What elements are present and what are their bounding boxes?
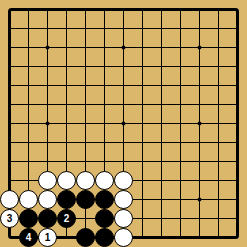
white-stone[interactable] — [114, 209, 133, 228]
intersection-M7[interactable] — [209, 114, 228, 133]
intersection-G13[interactable] — [114, 0, 133, 19]
intersection-A13[interactable] — [0, 0, 19, 19]
black-stone[interactable] — [76, 190, 95, 209]
intersection-E7[interactable] — [76, 114, 95, 133]
intersection-A11[interactable] — [0, 38, 19, 57]
intersection-G10[interactable] — [114, 57, 133, 76]
intersection-N10[interactable] — [228, 57, 247, 76]
intersection-B9[interactable] — [19, 76, 38, 95]
stone-layer: 3241 — [0, 0, 247, 247]
intersection-D5[interactable] — [57, 152, 76, 171]
intersection-M5[interactable] — [209, 152, 228, 171]
intersection-J2[interactable] — [152, 209, 171, 228]
intersection-K12[interactable] — [171, 19, 190, 38]
intersection-F5[interactable] — [95, 152, 114, 171]
intersection-L4[interactable] — [190, 171, 209, 190]
intersection-B12[interactable] — [19, 19, 38, 38]
intersection-H10[interactable] — [133, 57, 152, 76]
intersection-B2 — [19, 209, 38, 228]
intersection-K13[interactable] — [171, 0, 190, 19]
intersection-K11[interactable] — [171, 38, 190, 57]
white-stone[interactable] — [57, 171, 76, 190]
intersection-D12[interactable] — [57, 19, 76, 38]
white-stone[interactable] — [19, 190, 38, 209]
intersection-E12[interactable] — [76, 19, 95, 38]
intersection-H6[interactable] — [133, 133, 152, 152]
intersection-K9[interactable] — [171, 76, 190, 95]
intersection-E10[interactable] — [76, 57, 95, 76]
intersection-D6[interactable] — [57, 133, 76, 152]
intersection-M13[interactable] — [209, 0, 228, 19]
intersection-E5[interactable] — [76, 152, 95, 171]
intersection-J11[interactable] — [152, 38, 171, 57]
intersection-C8[interactable] — [38, 95, 57, 114]
intersection-M2[interactable] — [209, 209, 228, 228]
intersection-J6[interactable] — [152, 133, 171, 152]
intersection-C3 — [38, 190, 57, 209]
black-stone[interactable] — [95, 209, 114, 228]
intersection-F12[interactable] — [95, 19, 114, 38]
intersection-M12[interactable] — [209, 19, 228, 38]
intersection-E1 — [76, 228, 95, 247]
intersection-H1[interactable] — [133, 228, 152, 247]
intersection-N8[interactable] — [228, 95, 247, 114]
intersection-H4[interactable] — [133, 171, 152, 190]
intersection-K10[interactable] — [171, 57, 190, 76]
intersection-C9[interactable] — [38, 76, 57, 95]
intersection-A8[interactable] — [0, 95, 19, 114]
intersection-L7[interactable] — [190, 114, 209, 133]
intersection-J7[interactable] — [152, 114, 171, 133]
intersection-J13[interactable] — [152, 0, 171, 19]
intersection-N2[interactable] — [228, 209, 247, 228]
intersection-K7[interactable] — [171, 114, 190, 133]
intersection-N13[interactable] — [228, 0, 247, 19]
intersection-F4 — [95, 171, 114, 190]
intersection-G4 — [114, 171, 133, 190]
intersection-B6[interactable] — [19, 133, 38, 152]
intersection-L3[interactable] — [190, 190, 209, 209]
intersection-L13[interactable] — [190, 0, 209, 19]
intersection-L5[interactable] — [190, 152, 209, 171]
intersection-B8[interactable] — [19, 95, 38, 114]
intersection-M11[interactable] — [209, 38, 228, 57]
intersection-A4[interactable] — [0, 171, 19, 190]
intersection-M6[interactable] — [209, 133, 228, 152]
white-stone[interactable] — [114, 190, 133, 209]
intersection-B7[interactable] — [19, 114, 38, 133]
move-1-white-stone[interactable]: 1 — [38, 228, 57, 247]
intersection-F1 — [95, 228, 114, 247]
intersection-B4[interactable] — [19, 171, 38, 190]
intersection-D13[interactable] — [57, 0, 76, 19]
intersection-G5[interactable] — [114, 152, 133, 171]
intersection-L11[interactable] — [190, 38, 209, 57]
intersection-E11[interactable] — [76, 38, 95, 57]
white-stone[interactable] — [38, 190, 57, 209]
intersection-E3 — [76, 190, 95, 209]
intersection-H11[interactable] — [133, 38, 152, 57]
intersection-N5[interactable] — [228, 152, 247, 171]
intersection-C2 — [38, 209, 57, 228]
intersection-C10[interactable] — [38, 57, 57, 76]
white-stone[interactable] — [38, 171, 57, 190]
intersection-C1: 1 — [38, 228, 57, 247]
intersection-K4[interactable] — [171, 171, 190, 190]
intersection-J10[interactable] — [152, 57, 171, 76]
intersection-D7[interactable] — [57, 114, 76, 133]
intersection-F8[interactable] — [95, 95, 114, 114]
intersection-A1[interactable] — [0, 228, 19, 247]
intersection-J4[interactable] — [152, 171, 171, 190]
intersection-D2: 2 — [57, 209, 76, 228]
intersection-K8[interactable] — [171, 95, 190, 114]
intersection-B3 — [19, 190, 38, 209]
intersection-E8[interactable] — [76, 95, 95, 114]
intersection-B10[interactable] — [19, 57, 38, 76]
intersection-A2: 3 — [0, 209, 19, 228]
intersection-G11[interactable] — [114, 38, 133, 57]
intersection-A12[interactable] — [0, 19, 19, 38]
white-stone[interactable] — [95, 171, 114, 190]
intersection-F10[interactable] — [95, 57, 114, 76]
intersection-H8[interactable] — [133, 95, 152, 114]
intersection-A7[interactable] — [0, 114, 19, 133]
intersection-N1[interactable] — [228, 228, 247, 247]
intersection-A6[interactable] — [0, 133, 19, 152]
white-stone[interactable] — [114, 228, 133, 247]
intersection-D8[interactable] — [57, 95, 76, 114]
intersection-C12[interactable] — [38, 19, 57, 38]
intersection-E4 — [76, 171, 95, 190]
intersection-G9[interactable] — [114, 76, 133, 95]
intersection-M1[interactable] — [209, 228, 228, 247]
intersection-N6[interactable] — [228, 133, 247, 152]
intersection-C7[interactable] — [38, 114, 57, 133]
intersection-G3 — [114, 190, 133, 209]
black-stone[interactable] — [38, 209, 57, 228]
intersection-H13[interactable] — [133, 0, 152, 19]
intersection-J9[interactable] — [152, 76, 171, 95]
intersection-J3[interactable] — [152, 190, 171, 209]
intersection-N7[interactable] — [228, 114, 247, 133]
intersection-L12[interactable] — [190, 19, 209, 38]
intersection-C4 — [38, 171, 57, 190]
intersection-D4 — [57, 171, 76, 190]
intersection-C11[interactable] — [38, 38, 57, 57]
black-stone[interactable] — [76, 228, 95, 247]
intersection-F7[interactable] — [95, 114, 114, 133]
intersection-K1[interactable] — [171, 228, 190, 247]
intersection-K6[interactable] — [171, 133, 190, 152]
intersection-M8[interactable] — [209, 95, 228, 114]
intersection-A5[interactable] — [0, 152, 19, 171]
intersection-J12[interactable] — [152, 19, 171, 38]
intersection-J5[interactable] — [152, 152, 171, 171]
intersection-G7[interactable] — [114, 114, 133, 133]
intersection-G8[interactable] — [114, 95, 133, 114]
white-stone[interactable] — [76, 171, 95, 190]
intersection-L6[interactable] — [190, 133, 209, 152]
intersection-C6[interactable] — [38, 133, 57, 152]
intersection-C5[interactable] — [38, 152, 57, 171]
intersection-H9[interactable] — [133, 76, 152, 95]
white-stone[interactable] — [0, 190, 19, 209]
go-board: 3241 — [0, 0, 247, 247]
intersection-N11[interactable] — [228, 38, 247, 57]
intersection-G12[interactable] — [114, 19, 133, 38]
intersection-F3 — [95, 190, 114, 209]
intersection-H3[interactable] — [133, 190, 152, 209]
intersection-L10[interactable] — [190, 57, 209, 76]
intersection-E9[interactable] — [76, 76, 95, 95]
move-3-white-stone[interactable]: 3 — [0, 209, 19, 228]
intersection-E2[interactable] — [76, 209, 95, 228]
intersection-M9[interactable] — [209, 76, 228, 95]
intersection-A10[interactable] — [0, 57, 19, 76]
intersection-H2[interactable] — [133, 209, 152, 228]
intersection-B13[interactable] — [19, 0, 38, 19]
intersection-J1[interactable] — [152, 228, 171, 247]
black-stone[interactable] — [19, 209, 38, 228]
intersection-E13[interactable] — [76, 0, 95, 19]
intersection-N12[interactable] — [228, 19, 247, 38]
intersection-E6[interactable] — [76, 133, 95, 152]
black-stone[interactable] — [95, 228, 114, 247]
intersection-H12[interactable] — [133, 19, 152, 38]
black-stone[interactable] — [57, 190, 76, 209]
move-4-black-stone[interactable]: 4 — [19, 228, 38, 247]
intersection-M10[interactable] — [209, 57, 228, 76]
intersection-F9[interactable] — [95, 76, 114, 95]
intersection-D1[interactable] — [57, 228, 76, 247]
intersection-B1: 4 — [19, 228, 38, 247]
intersection-N4[interactable] — [228, 171, 247, 190]
intersection-M3[interactable] — [209, 190, 228, 209]
white-stone[interactable] — [114, 171, 133, 190]
intersection-B11[interactable] — [19, 38, 38, 57]
intersection-J8[interactable] — [152, 95, 171, 114]
intersection-C13[interactable] — [38, 0, 57, 19]
intersection-L8[interactable] — [190, 95, 209, 114]
intersection-L1[interactable] — [190, 228, 209, 247]
intersection-F13[interactable] — [95, 0, 114, 19]
black-stone[interactable] — [95, 190, 114, 209]
intersection-L2[interactable] — [190, 209, 209, 228]
intersection-L9[interactable] — [190, 76, 209, 95]
intersection-H5[interactable] — [133, 152, 152, 171]
move-2-black-stone[interactable]: 2 — [57, 209, 76, 228]
intersection-H7[interactable] — [133, 114, 152, 133]
intersection-K3[interactable] — [171, 190, 190, 209]
intersection-D10[interactable] — [57, 57, 76, 76]
intersection-D11[interactable] — [57, 38, 76, 57]
intersection-G6[interactable] — [114, 133, 133, 152]
intersection-G2 — [114, 209, 133, 228]
intersection-G1 — [114, 228, 133, 247]
intersection-A9[interactable] — [0, 76, 19, 95]
intersection-D9[interactable] — [57, 76, 76, 95]
intersection-A3 — [0, 190, 19, 209]
intersection-F11[interactable] — [95, 38, 114, 57]
intersection-K2[interactable] — [171, 209, 190, 228]
intersection-B5[interactable] — [19, 152, 38, 171]
intersection-M4[interactable] — [209, 171, 228, 190]
intersection-N3[interactable] — [228, 190, 247, 209]
intersection-K5[interactable] — [171, 152, 190, 171]
intersection-D3 — [57, 190, 76, 209]
intersection-F2 — [95, 209, 114, 228]
intersection-F6[interactable] — [95, 133, 114, 152]
intersection-N9[interactable] — [228, 76, 247, 95]
